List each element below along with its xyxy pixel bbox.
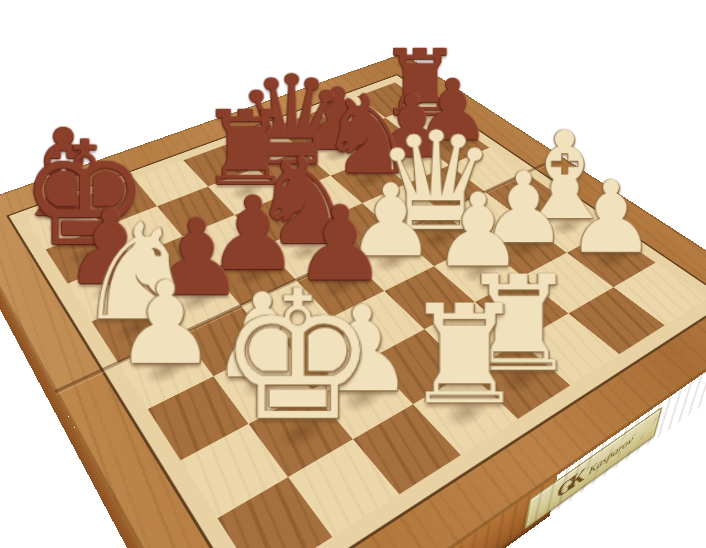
king-icon: ♚ [218, 267, 378, 445]
board-grid: ♝♚♜♛♟♜♟♞♟♟♞♟♟♞♟♟♟♛♟♟♟♝♚♟♟♜♜ [26, 83, 706, 548]
white-king-b2: ♚ [186, 267, 409, 445]
product-photo: ♝♚♜♛♟♜♟♞♟♟♞♟♟♞♟♟♟♛♟♟♟♝♚♟♟♜♜ GK Kasparov [0, 0, 706, 548]
scene: ♝♚♜♛♟♜♟♞♟♟♞♟♟♞♟♟♟♛♟♟♟♝♚♟♟♜♜ GK Kasparov [0, 0, 706, 548]
pawn-icon: ♟ [567, 168, 656, 268]
rook-icon: ♜ [403, 288, 526, 425]
chess-box: ♝♚♜♛♟♜♟♞♟♟♞♟♟♞♟♟♟♛♟♟♟♝♚♟♟♜♜ GK Kasparov [0, 53, 706, 548]
